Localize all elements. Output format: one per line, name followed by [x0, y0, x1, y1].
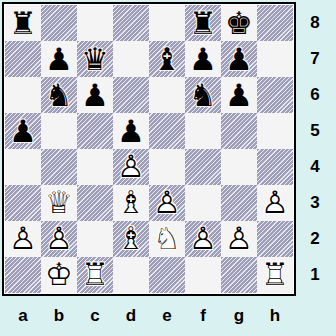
square-a5[interactable]: ♟	[5, 113, 41, 149]
square-g3[interactable]	[221, 185, 257, 221]
square-e6[interactable]	[149, 77, 185, 113]
square-d2[interactable]: ♝♗	[113, 221, 149, 257]
white-queen-outline: ♕	[41, 185, 77, 221]
square-c2[interactable]	[77, 221, 113, 257]
white-rook: ♜♖	[257, 257, 293, 293]
square-a8[interactable]: ♜	[5, 5, 41, 41]
file-label-c: c	[77, 299, 113, 333]
square-c3[interactable]	[77, 185, 113, 221]
square-a7[interactable]	[5, 41, 41, 77]
square-d5[interactable]: ♟	[113, 113, 149, 149]
square-g8[interactable]: ♚	[221, 5, 257, 41]
square-b8[interactable]	[41, 5, 77, 41]
square-b5[interactable]	[41, 113, 77, 149]
white-pawn-outline: ♙	[41, 221, 77, 257]
white-pawn: ♟♙	[113, 149, 149, 185]
rank-label-7: 7	[299, 41, 331, 77]
square-h4[interactable]	[257, 149, 293, 185]
white-pawn: ♟♙	[149, 185, 185, 221]
file-label-a: a	[5, 299, 41, 333]
file-label-g: g	[221, 299, 257, 333]
black-pawn: ♟	[113, 113, 149, 149]
white-pawn-outline: ♙	[113, 149, 149, 185]
black-knight: ♞	[185, 77, 221, 113]
square-a2[interactable]: ♟♙	[5, 221, 41, 257]
square-h1[interactable]: ♜♖	[257, 257, 293, 293]
rank-label-2: 2	[299, 221, 331, 257]
square-b2[interactable]: ♟♙	[41, 221, 77, 257]
square-e5[interactable]	[149, 113, 185, 149]
chess-board: ♜♜♚♟♛♝♟♟♞♟♞♟♟♟♟♙♛♕♝♗♟♙♟♙♟♙♟♙♝♗♞♘♟♙♟♙♚♔♜♖…	[5, 5, 293, 293]
rank-label-6: 6	[299, 77, 331, 113]
rank-label-8: 8	[299, 5, 331, 41]
square-d6[interactable]	[113, 77, 149, 113]
rank-labels: 87654321	[299, 5, 331, 293]
black-pawn: ♟	[5, 113, 41, 149]
white-pawn-outline: ♙	[5, 221, 41, 257]
white-bishop-outline: ♗	[113, 221, 149, 257]
chess-diagram: ♜♜♚♟♛♝♟♟♞♟♞♟♟♟♟♙♛♕♝♗♟♙♟♙♟♙♟♙♝♗♞♘♟♙♟♙♚♔♜♖…	[0, 0, 336, 336]
white-pawn: ♟♙	[5, 221, 41, 257]
square-a3[interactable]	[5, 185, 41, 221]
black-pawn: ♟	[77, 77, 113, 113]
square-g1[interactable]	[221, 257, 257, 293]
square-e8[interactable]	[149, 5, 185, 41]
square-h7[interactable]	[257, 41, 293, 77]
white-bishop: ♝♗	[113, 185, 149, 221]
square-c8[interactable]	[77, 5, 113, 41]
square-c1[interactable]: ♜♖	[77, 257, 113, 293]
white-pawn: ♟♙	[257, 185, 293, 221]
square-c4[interactable]	[77, 149, 113, 185]
square-a4[interactable]	[5, 149, 41, 185]
white-pawn: ♟♙	[221, 221, 257, 257]
black-pawn: ♟	[41, 41, 77, 77]
square-g5[interactable]	[221, 113, 257, 149]
black-pawn: ♟	[185, 41, 221, 77]
square-g7[interactable]: ♟	[221, 41, 257, 77]
rank-label-4: 4	[299, 149, 331, 185]
white-pawn-outline: ♙	[221, 221, 257, 257]
square-c5[interactable]	[77, 113, 113, 149]
square-d1[interactable]	[113, 257, 149, 293]
rank-label-5: 5	[299, 113, 331, 149]
white-bishop-outline: ♗	[113, 185, 149, 221]
square-b6[interactable]: ♞	[41, 77, 77, 113]
white-knight-outline: ♘	[149, 221, 185, 257]
white-rook-outline: ♖	[257, 257, 293, 293]
file-label-f: f	[185, 299, 221, 333]
square-b3[interactable]: ♛♕	[41, 185, 77, 221]
black-rook: ♜	[185, 5, 221, 41]
square-e2[interactable]: ♞♘	[149, 221, 185, 257]
square-d8[interactable]	[113, 5, 149, 41]
square-d3[interactable]: ♝♗	[113, 185, 149, 221]
square-d4[interactable]: ♟♙	[113, 149, 149, 185]
square-f5[interactable]	[185, 113, 221, 149]
white-queen: ♛♕	[41, 185, 77, 221]
file-label-e: e	[149, 299, 185, 333]
black-bishop: ♝	[149, 41, 185, 77]
black-knight: ♞	[41, 77, 77, 113]
file-label-b: b	[41, 299, 77, 333]
square-h2[interactable]	[257, 221, 293, 257]
square-c6[interactable]: ♟	[77, 77, 113, 113]
square-b4[interactable]	[41, 149, 77, 185]
square-h3[interactable]: ♟♙	[257, 185, 293, 221]
square-h5[interactable]	[257, 113, 293, 149]
square-f7[interactable]: ♟	[185, 41, 221, 77]
square-h6[interactable]	[257, 77, 293, 113]
square-g2[interactable]: ♟♙	[221, 221, 257, 257]
file-label-h: h	[257, 299, 293, 333]
square-a1[interactable]	[5, 257, 41, 293]
square-f4[interactable]	[185, 149, 221, 185]
white-knight: ♞♘	[149, 221, 185, 257]
white-rook: ♜♖	[77, 257, 113, 293]
rank-label-1: 1	[299, 257, 331, 293]
square-f2[interactable]: ♟♙	[185, 221, 221, 257]
file-label-d: d	[113, 299, 149, 333]
white-pawn-outline: ♙	[149, 185, 185, 221]
square-f1[interactable]	[185, 257, 221, 293]
file-labels: abcdefgh	[5, 299, 293, 333]
white-pawn-outline: ♙	[185, 221, 221, 257]
white-pawn-outline: ♙	[257, 185, 293, 221]
square-f3[interactable]	[185, 185, 221, 221]
black-pawn: ♟	[221, 77, 257, 113]
black-queen: ♛	[77, 41, 113, 77]
square-d7[interactable]	[113, 41, 149, 77]
square-a6[interactable]	[5, 77, 41, 113]
white-king: ♚♔	[41, 257, 77, 293]
square-e3[interactable]: ♟♙	[149, 185, 185, 221]
white-pawn: ♟♙	[41, 221, 77, 257]
black-king: ♚	[221, 5, 257, 41]
square-b7[interactable]: ♟	[41, 41, 77, 77]
white-rook-outline: ♖	[77, 257, 113, 293]
square-f8[interactable]: ♜	[185, 5, 221, 41]
black-pawn: ♟	[221, 41, 257, 77]
chess-board-frame: ♜♜♚♟♛♝♟♟♞♟♞♟♟♟♟♙♛♕♝♗♟♙♟♙♟♙♟♙♝♗♞♘♟♙♟♙♚♔♜♖…	[2, 2, 296, 296]
square-h8[interactable]	[257, 5, 293, 41]
rank-label-3: 3	[299, 185, 331, 221]
square-e4[interactable]	[149, 149, 185, 185]
white-king-outline: ♔	[41, 257, 77, 293]
white-bishop: ♝♗	[113, 221, 149, 257]
white-pawn: ♟♙	[185, 221, 221, 257]
square-c7[interactable]: ♛	[77, 41, 113, 77]
square-f6[interactable]: ♞	[185, 77, 221, 113]
black-rook: ♜	[5, 5, 41, 41]
square-g6[interactable]: ♟	[221, 77, 257, 113]
square-e7[interactable]: ♝	[149, 41, 185, 77]
square-e1[interactable]	[149, 257, 185, 293]
square-b1[interactable]: ♚♔	[41, 257, 77, 293]
square-g4[interactable]	[221, 149, 257, 185]
